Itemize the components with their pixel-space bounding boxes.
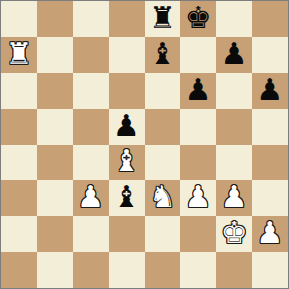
square-b8[interactable] (37, 1, 73, 37)
square-g2[interactable]: ♚ (216, 216, 252, 252)
square-d2[interactable] (109, 216, 145, 252)
square-d7[interactable] (109, 37, 145, 73)
piece-white-king[interactable]: ♚ (221, 218, 248, 248)
square-c6[interactable] (73, 73, 109, 109)
square-d6[interactable] (109, 73, 145, 109)
square-g6[interactable] (216, 73, 252, 109)
chess-board: ♜♚♜♝♟♟♟♟♝♟♝♞♟♟♚♟ (0, 0, 289, 289)
piece-black-pawn[interactable]: ♟ (185, 75, 212, 105)
square-g8[interactable] (216, 1, 252, 37)
square-g5[interactable] (216, 109, 252, 145)
square-a4[interactable] (1, 145, 37, 181)
square-h2[interactable]: ♟ (252, 216, 288, 252)
square-c1[interactable] (73, 252, 109, 288)
piece-black-pawn[interactable]: ♟ (257, 75, 284, 105)
square-e1[interactable] (145, 252, 181, 288)
square-h8[interactable] (252, 1, 288, 37)
piece-black-rook[interactable]: ♜ (149, 3, 176, 33)
square-f8[interactable]: ♚ (180, 1, 216, 37)
square-a2[interactable] (1, 216, 37, 252)
square-d8[interactable] (109, 1, 145, 37)
square-a3[interactable] (1, 180, 37, 216)
square-f6[interactable]: ♟ (180, 73, 216, 109)
square-h4[interactable] (252, 145, 288, 181)
piece-white-pawn[interactable]: ♟ (185, 182, 212, 212)
square-h5[interactable] (252, 109, 288, 145)
square-g7[interactable]: ♟ (216, 37, 252, 73)
square-h3[interactable] (252, 180, 288, 216)
square-c8[interactable] (73, 1, 109, 37)
piece-black-bishop[interactable]: ♝ (113, 182, 140, 212)
square-c4[interactable] (73, 145, 109, 181)
square-d3[interactable]: ♝ (109, 180, 145, 216)
square-b6[interactable] (37, 73, 73, 109)
piece-black-pawn[interactable]: ♟ (113, 111, 140, 141)
square-d1[interactable] (109, 252, 145, 288)
square-e5[interactable] (145, 109, 181, 145)
square-c2[interactable] (73, 216, 109, 252)
piece-black-king[interactable]: ♚ (185, 3, 212, 33)
piece-black-pawn[interactable]: ♟ (221, 39, 248, 69)
square-b4[interactable] (37, 145, 73, 181)
square-a1[interactable] (1, 252, 37, 288)
square-h6[interactable]: ♟ (252, 73, 288, 109)
square-a6[interactable] (1, 73, 37, 109)
square-b2[interactable] (37, 216, 73, 252)
square-h1[interactable] (252, 252, 288, 288)
piece-white-pawn[interactable]: ♟ (77, 182, 104, 212)
square-d4[interactable]: ♝ (109, 145, 145, 181)
square-f1[interactable] (180, 252, 216, 288)
square-f7[interactable] (180, 37, 216, 73)
square-c3[interactable]: ♟ (73, 180, 109, 216)
square-f5[interactable] (180, 109, 216, 145)
square-e2[interactable] (145, 216, 181, 252)
square-e4[interactable] (145, 145, 181, 181)
square-d5[interactable]: ♟ (109, 109, 145, 145)
piece-white-pawn[interactable]: ♟ (257, 218, 284, 248)
square-b5[interactable] (37, 109, 73, 145)
square-h7[interactable] (252, 37, 288, 73)
square-g1[interactable] (216, 252, 252, 288)
square-a8[interactable] (1, 1, 37, 37)
square-f3[interactable]: ♟ (180, 180, 216, 216)
square-c7[interactable] (73, 37, 109, 73)
square-e6[interactable] (145, 73, 181, 109)
square-a7[interactable]: ♜ (1, 37, 37, 73)
piece-black-bishop[interactable]: ♝ (149, 39, 176, 69)
piece-white-bishop[interactable]: ♝ (113, 146, 140, 176)
square-b3[interactable] (37, 180, 73, 216)
square-e3[interactable]: ♞ (145, 180, 181, 216)
square-c5[interactable] (73, 109, 109, 145)
square-f4[interactable] (180, 145, 216, 181)
piece-white-knight[interactable]: ♞ (149, 182, 176, 212)
piece-white-pawn[interactable]: ♟ (221, 182, 248, 212)
square-e8[interactable]: ♜ (145, 1, 181, 37)
square-f2[interactable] (180, 216, 216, 252)
piece-white-rook[interactable]: ♜ (5, 39, 32, 69)
square-e7[interactable]: ♝ (145, 37, 181, 73)
square-g3[interactable]: ♟ (216, 180, 252, 216)
square-b1[interactable] (37, 252, 73, 288)
square-g4[interactable] (216, 145, 252, 181)
square-a5[interactable] (1, 109, 37, 145)
square-b7[interactable] (37, 37, 73, 73)
